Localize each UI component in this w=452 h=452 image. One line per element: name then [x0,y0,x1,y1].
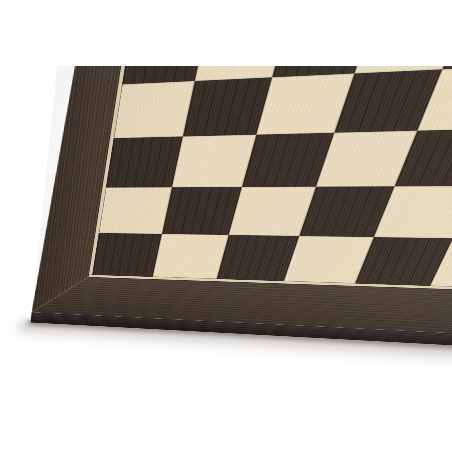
square-r5c1 [113,81,194,138]
photo-area [0,0,452,452]
product-photo-canvas [0,0,452,452]
square-r6c1 [106,136,183,187]
photo-crop-mask [0,0,452,66]
square-r7c1 [99,187,172,234]
square-r8c1 [92,233,162,277]
